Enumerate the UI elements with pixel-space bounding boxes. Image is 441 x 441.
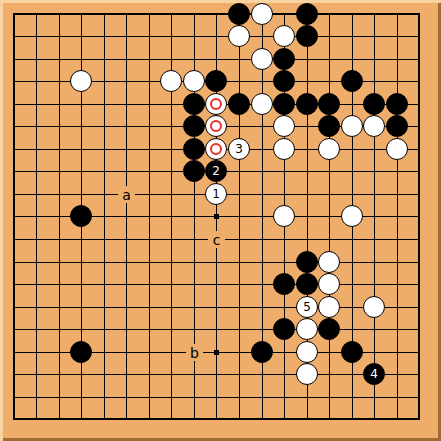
black-stone[interactable] <box>341 341 363 363</box>
white-stone[interactable]: 1 <box>205 183 227 205</box>
go-board[interactable]: abc32154 <box>0 0 441 441</box>
white-stone[interactable] <box>273 205 295 227</box>
black-stone[interactable] <box>363 93 385 115</box>
black-stone[interactable] <box>183 93 205 115</box>
white-stone[interactable] <box>341 115 363 137</box>
white-stone[interactable] <box>273 115 295 137</box>
move-number: 5 <box>303 301 311 313</box>
grid-line <box>13 374 420 375</box>
grid-line <box>374 13 375 420</box>
white-stone[interactable] <box>386 138 408 160</box>
black-stone[interactable] <box>228 93 250 115</box>
black-stone[interactable] <box>70 341 92 363</box>
black-stone[interactable] <box>318 93 340 115</box>
black-stone[interactable] <box>273 70 295 92</box>
star-point <box>214 350 219 355</box>
move-number: 4 <box>370 368 378 380</box>
grid-line <box>13 418 420 420</box>
black-stone[interactable] <box>228 3 250 25</box>
black-stone[interactable] <box>318 318 340 340</box>
black-stone[interactable] <box>296 93 318 115</box>
white-stone[interactable] <box>205 138 227 160</box>
grid-line <box>239 13 240 420</box>
white-stone[interactable] <box>318 273 340 295</box>
black-stone[interactable] <box>273 273 295 295</box>
black-stone[interactable] <box>251 341 273 363</box>
white-stone[interactable] <box>183 70 205 92</box>
go-diagram: abc32154 <box>0 0 441 441</box>
white-stone[interactable] <box>228 25 250 47</box>
move-number: 2 <box>212 165 220 177</box>
grid-line <box>13 262 420 263</box>
white-stone[interactable] <box>318 296 340 318</box>
grid-line <box>397 13 398 420</box>
black-stone[interactable] <box>386 93 408 115</box>
black-stone[interactable] <box>296 273 318 295</box>
white-stone[interactable] <box>205 93 227 115</box>
black-stone[interactable]: 2 <box>205 160 227 182</box>
white-stone[interactable] <box>251 93 273 115</box>
grid-line <box>13 329 420 330</box>
grid-line <box>13 307 420 308</box>
black-stone[interactable] <box>318 115 340 137</box>
white-stone[interactable] <box>273 25 295 47</box>
white-stone[interactable] <box>205 115 227 137</box>
black-stone[interactable] <box>183 160 205 182</box>
black-stone[interactable] <box>183 115 205 137</box>
black-stone[interactable] <box>183 138 205 160</box>
white-stone[interactable] <box>318 251 340 273</box>
point-label-a[interactable]: a <box>118 186 135 203</box>
black-stone[interactable] <box>386 115 408 137</box>
white-stone[interactable] <box>273 138 295 160</box>
black-stone[interactable] <box>273 318 295 340</box>
black-stone[interactable] <box>341 70 363 92</box>
grid-line <box>329 13 330 420</box>
grid-line <box>13 284 420 285</box>
black-stone[interactable] <box>273 48 295 70</box>
white-stone[interactable] <box>296 318 318 340</box>
white-stone[interactable] <box>70 70 92 92</box>
grid-line <box>418 13 420 420</box>
point-label-c[interactable]: c <box>208 231 225 248</box>
black-stone[interactable] <box>70 205 92 227</box>
circle-mark-icon <box>210 143 222 155</box>
white-stone[interactable] <box>251 3 273 25</box>
black-stone[interactable] <box>296 3 318 25</box>
star-point <box>214 214 219 219</box>
white-stone[interactable] <box>363 115 385 137</box>
white-stone[interactable] <box>341 205 363 227</box>
black-stone[interactable] <box>296 25 318 47</box>
white-stone[interactable]: 5 <box>296 296 318 318</box>
white-stone[interactable] <box>160 70 182 92</box>
circle-mark-icon <box>210 98 222 110</box>
black-stone[interactable]: 4 <box>363 363 385 385</box>
white-stone[interactable] <box>318 138 340 160</box>
white-stone[interactable] <box>296 341 318 363</box>
black-stone[interactable] <box>273 93 295 115</box>
white-stone[interactable] <box>296 363 318 385</box>
white-stone[interactable] <box>251 48 273 70</box>
point-label-b[interactable]: b <box>186 344 203 361</box>
white-stone[interactable]: 3 <box>228 138 250 160</box>
black-stone[interactable] <box>296 251 318 273</box>
move-number: 3 <box>235 143 243 155</box>
move-number: 1 <box>212 188 220 200</box>
white-stone[interactable] <box>363 296 385 318</box>
grid-line <box>13 397 420 398</box>
black-stone[interactable] <box>205 70 227 92</box>
circle-mark-icon <box>210 120 222 132</box>
